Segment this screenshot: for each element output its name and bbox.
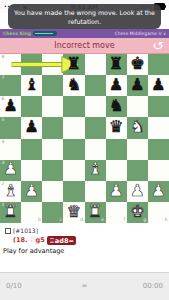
- rank-label-5: 5: [2, 118, 5, 123]
- square-f4[interactable]: [106, 139, 127, 160]
- white-rook[interactable]: ♜: [88, 204, 103, 221]
- brand-logo-text: Chess King: [3, 31, 31, 36]
- black-queen[interactable]: ♛: [109, 119, 124, 136]
- square-h6[interactable]: [148, 96, 169, 117]
- square-d4[interactable]: [63, 139, 84, 160]
- black-pawn[interactable]: ♟: [24, 119, 39, 136]
- square-c8[interactable]: [42, 54, 63, 75]
- square-e1[interactable]: e♜: [85, 202, 106, 223]
- square-e4[interactable]: [85, 139, 106, 160]
- square-h3[interactable]: [148, 160, 169, 181]
- square-e7[interactable]: [85, 75, 106, 96]
- square-d1[interactable]: d♛: [63, 202, 84, 223]
- square-g4[interactable]: [127, 139, 148, 160]
- white-queen[interactable]: ♛: [67, 204, 82, 221]
- black-pawn[interactable]: ♟: [151, 77, 166, 94]
- square-e6[interactable]: [85, 96, 106, 117]
- white-pawn[interactable]: ♟: [24, 183, 39, 200]
- square-c4[interactable]: [42, 139, 63, 160]
- rank-label-8: 8: [2, 55, 5, 60]
- white-to-move-icon: [5, 228, 11, 234]
- white-pawn[interactable]: ♟: [151, 183, 166, 200]
- white-bishop[interactable]: ♝: [88, 161, 103, 178]
- puzzle-number: [#1013]: [13, 227, 38, 234]
- square-h4[interactable]: [148, 139, 169, 160]
- white-king[interactable]: ♚: [130, 204, 145, 221]
- square-b2[interactable]: ♟: [21, 181, 42, 202]
- white-pawn[interactable]: ♟: [109, 183, 124, 200]
- file-label-b: b: [38, 218, 41, 223]
- bottom-status-bar: 0/10 = 00:00: [0, 272, 169, 300]
- black-pawn[interactable]: ♟: [109, 77, 124, 94]
- black-rook[interactable]: ♜: [67, 56, 82, 73]
- square-e3[interactable]: ♝: [85, 160, 106, 181]
- square-c6[interactable]: [42, 96, 63, 117]
- square-a5[interactable]: 5: [0, 117, 21, 138]
- square-c2[interactable]: [42, 181, 63, 202]
- square-b6[interactable]: [21, 96, 42, 117]
- square-b4[interactable]: [21, 139, 42, 160]
- square-g6[interactable]: [127, 96, 148, 117]
- square-g5[interactable]: ♞: [127, 117, 148, 138]
- square-c7[interactable]: [42, 75, 63, 96]
- variation-moves: (18. ♘g5: [13, 236, 47, 244]
- incorrect-move-label: Incorrect move: [54, 41, 114, 50]
- square-g3[interactable]: [127, 160, 148, 181]
- square-c1[interactable]: c: [42, 202, 63, 223]
- square-d8[interactable]: ♜: [63, 54, 84, 75]
- course-title: Chess Middlegame V: [115, 31, 162, 36]
- square-e5[interactable]: [85, 117, 106, 138]
- timer: 00:00: [143, 282, 163, 290]
- square-a1[interactable]: 1♜: [0, 202, 21, 223]
- square-f8[interactable]: ♜: [106, 54, 127, 75]
- black-king[interactable]: ♚: [130, 56, 145, 73]
- square-f7[interactable]: ♟: [106, 75, 127, 96]
- current-move-highlight: ♖ad8=: [47, 236, 76, 245]
- chevron-down-icon: ∨: [163, 31, 166, 36]
- square-e2[interactable]: [85, 181, 106, 202]
- file-label-h: h: [165, 218, 168, 223]
- square-f3[interactable]: [106, 160, 127, 181]
- square-d6[interactable]: [63, 96, 84, 117]
- square-b1[interactable]: b: [21, 202, 42, 223]
- white-knight[interactable]: ♞: [130, 119, 145, 136]
- square-a6[interactable]: 6♟: [0, 96, 21, 117]
- square-g1[interactable]: g♚: [127, 202, 148, 223]
- square-h7[interactable]: ♟: [148, 75, 169, 96]
- square-d3[interactable]: [63, 160, 84, 181]
- square-b7[interactable]: ♝: [21, 75, 42, 96]
- square-e8[interactable]: [85, 54, 106, 75]
- undo-move-button[interactable]: ↺: [152, 39, 164, 53]
- white-rook[interactable]: ♜: [3, 204, 18, 221]
- square-h5[interactable]: [148, 117, 169, 138]
- rank-label-4: 4: [2, 140, 5, 145]
- app-header-bar: Chess King Chess Middlegame V ∨: [0, 29, 169, 38]
- file-label-f: f: [124, 218, 126, 223]
- wrong-move-toast: You have made the wrong move. Look at th…: [8, 4, 161, 29]
- chess-board: 8♜♜♚7♝♞♟♟♟6♟♞5♟♛♞43♟♝2♝♟♟♟♟1♜bcd♛e♜fg♚h: [0, 54, 169, 223]
- header-badge: [33, 31, 57, 36]
- black-pawn[interactable]: ♟: [3, 98, 18, 115]
- square-d2[interactable]: [63, 181, 84, 202]
- task-text: Play for advantage: [3, 247, 169, 255]
- square-a2[interactable]: 2♝: [0, 181, 21, 202]
- square-a8[interactable]: 8: [0, 54, 21, 75]
- black-rook[interactable]: ♜: [109, 56, 124, 73]
- square-b5[interactable]: ♟: [21, 117, 42, 138]
- square-b8[interactable]: [21, 54, 42, 75]
- square-h2[interactable]: ♟: [148, 181, 169, 202]
- white-pawn[interactable]: ♟: [3, 161, 18, 178]
- toast-message: You have made the wrong move. Look at th…: [14, 8, 155, 26]
- square-h8[interactable]: [148, 54, 169, 75]
- square-f6[interactable]: ♞: [106, 96, 127, 117]
- square-d7[interactable]: ♞: [63, 75, 84, 96]
- black-knight[interactable]: ♞: [109, 98, 124, 115]
- notation-line[interactable]: (18. ♘g5 ♖ad8=: [13, 236, 169, 244]
- square-f5[interactable]: ♛: [106, 117, 127, 138]
- white-pawn[interactable]: ♟: [130, 183, 145, 200]
- square-c5[interactable]: [42, 117, 63, 138]
- square-f1[interactable]: f: [106, 202, 127, 223]
- square-g2[interactable]: ♟: [127, 181, 148, 202]
- square-a3[interactable]: 3♟: [0, 160, 21, 181]
- square-d5[interactable]: [63, 117, 84, 138]
- move-info-panel: [#1013] (18. ♘g5 ♖ad8= Play for advantag…: [0, 223, 169, 255]
- file-label-c: c: [59, 218, 61, 223]
- black-pawn[interactable]: ♟: [130, 77, 145, 94]
- white-bishop[interactable]: ♝: [3, 183, 18, 200]
- square-g8[interactable]: ♚: [127, 54, 148, 75]
- black-knight[interactable]: ♞: [67, 77, 82, 94]
- board-grid: 8♜♜♚7♝♞♟♟♟6♟♞5♟♛♞43♟♝2♝♟♟♟♟1♜bcd♛e♜fg♚h: [0, 54, 169, 223]
- square-c3[interactable]: [42, 160, 63, 181]
- incorrect-move-bar: Incorrect move ↺: [0, 38, 169, 54]
- course-title-dropdown[interactable]: Chess Middlegame V ∨: [115, 31, 166, 36]
- square-f2[interactable]: ♟: [106, 181, 127, 202]
- black-bishop[interactable]: ♝: [24, 77, 39, 94]
- square-g7[interactable]: ♟: [127, 75, 148, 96]
- square-a4[interactable]: 4: [0, 139, 21, 160]
- square-h1[interactable]: h: [148, 202, 169, 223]
- rank-label-7: 7: [2, 76, 5, 81]
- square-a7[interactable]: 7: [0, 75, 21, 96]
- square-b3[interactable]: [21, 160, 42, 181]
